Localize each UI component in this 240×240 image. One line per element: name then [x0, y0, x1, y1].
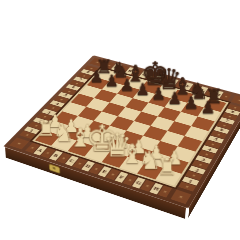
piece-dark-pawn[interactable]: ♟: [182, 95, 200, 112]
scene: ×A×B×C×D×E×F×G×H× ×A×B×C×D×E×F×G×H× ×8×7…: [0, 0, 240, 240]
piece-light-rook[interactable]: ♜: [157, 156, 177, 179]
latch-pin: [53, 167, 56, 170]
piece-dark-pawn[interactable]: ♟: [118, 77, 135, 93]
piece-light-bishop[interactable]: ♝: [121, 141, 141, 167]
product-photo: ×A×B×C×D×E×F×G×H× ×A×B×C×D×E×F×G×H× ×8×7…: [0, 0, 240, 240]
piece-light-queen[interactable]: ♛: [103, 129, 122, 161]
piece-dark-pawn[interactable]: ♟: [150, 86, 167, 102]
piece-dark-pawn[interactable]: ♟: [166, 90, 184, 107]
border-corner-ornament: ×: [171, 190, 192, 205]
chess-board: ×A×B×C×D×E×F×G×H× ×A×B×C×D×E×F×G×H× ×8×7…: [3, 55, 240, 208]
brass-latch-icon: [49, 163, 60, 173]
piece-light-knight[interactable]: ♞: [139, 148, 159, 173]
piece-dark-pawn[interactable]: ♟: [134, 82, 151, 98]
piece-dark-pawn[interactable]: ♟: [199, 99, 217, 116]
